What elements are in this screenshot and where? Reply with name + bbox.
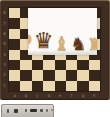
- square-d2: [43, 70, 54, 80]
- file-label-h: h: [89, 91, 100, 100]
- rank-label-3: 3: [1, 60, 8, 70]
- clock-knob: [7, 109, 9, 113]
- clock-button: [51, 109, 53, 111]
- square-c1: [32, 81, 43, 91]
- square-a7: [9, 18, 20, 28]
- square-d1: [43, 81, 54, 91]
- square-b2: [20, 70, 31, 80]
- square-a6: [9, 29, 20, 39]
- rank-labels: 87654321: [1, 8, 8, 91]
- clock-knob: [40, 109, 43, 112]
- square-a5: [9, 39, 20, 49]
- rank-label-8: 8: [1, 8, 8, 18]
- square-g2: [77, 70, 88, 80]
- square-c2: [32, 70, 43, 80]
- light-wood-bishop: ♝: [54, 34, 71, 52]
- rank-label-1: 1: [1, 81, 8, 91]
- square-a2: [9, 70, 20, 80]
- square-g1: [77, 81, 88, 91]
- file-label-g: g: [77, 91, 88, 100]
- square-a8: [9, 8, 20, 18]
- light-wood-rook: ♜: [87, 36, 97, 52]
- clock-button: [25, 109, 27, 112]
- square-b3: [20, 60, 31, 70]
- square-h3: [89, 60, 100, 70]
- square-a1: [9, 81, 20, 91]
- square-h1: [89, 81, 100, 91]
- square-e2: [55, 70, 66, 80]
- pieces-inset: ♚♛♝♞♜♟: [28, 8, 97, 55]
- square-g3: [77, 60, 88, 70]
- square-c3: [32, 60, 43, 70]
- rank-label-7: 7: [1, 18, 8, 28]
- square-b1: [20, 81, 31, 91]
- rank-label-4: 4: [1, 50, 8, 60]
- square-a3: [9, 60, 20, 70]
- square-a4: [9, 50, 20, 60]
- dark-wood-queen: ♛: [34, 31, 54, 52]
- file-labels: abcdefgh: [9, 91, 100, 100]
- file-label-e: e: [55, 91, 66, 100]
- file-label-f: f: [66, 91, 77, 100]
- clock-button: [46, 109, 48, 112]
- clock-display: [30, 109, 37, 112]
- file-label-a: a: [9, 91, 20, 100]
- file-label-d: d: [43, 91, 54, 100]
- rank-label-2: 2: [1, 70, 8, 80]
- square-e1: [55, 81, 66, 91]
- file-label-c: c: [32, 91, 43, 100]
- square-h2: [89, 70, 100, 80]
- clock-button: [14, 109, 18, 113]
- file-label-b: b: [20, 91, 31, 100]
- square-f3: [66, 60, 77, 70]
- square-d3: [43, 60, 54, 70]
- chess-clock: [1, 104, 54, 117]
- square-f1: [66, 81, 77, 91]
- dark-wood-knight: ♞: [71, 35, 87, 52]
- rank-label-6: 6: [1, 29, 8, 39]
- rank-label-5: 5: [1, 39, 8, 49]
- square-f2: [66, 70, 77, 80]
- square-e3: [55, 60, 66, 70]
